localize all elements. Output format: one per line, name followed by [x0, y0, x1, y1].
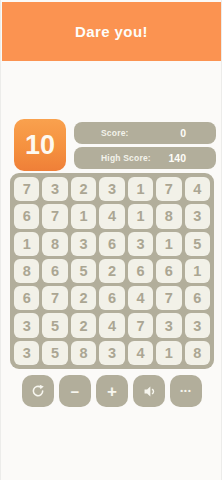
high-score-label: High Score:	[101, 153, 151, 163]
grid-cell[interactable]: 5	[42, 313, 67, 337]
grid-cell[interactable]: 6	[99, 286, 124, 310]
current-number-tile: 10	[14, 119, 66, 171]
high-score-box: High Score: 140	[74, 147, 216, 169]
grid-cell[interactable]: 4	[128, 341, 153, 365]
title-bar: Dare you!	[2, 2, 221, 61]
plus-icon: +	[107, 383, 117, 400]
grid-cell[interactable]: 7	[156, 177, 181, 201]
speaker-icon	[141, 383, 158, 400]
app-title: Dare you!	[75, 23, 148, 40]
grid-cell[interactable]: 8	[14, 259, 39, 283]
grid-cell[interactable]: 4	[128, 286, 153, 310]
plus-button[interactable]: +	[96, 375, 128, 407]
grid-cell[interactable]: 6	[185, 286, 210, 310]
grid-cell[interactable]: 1	[14, 232, 39, 256]
grid-cell[interactable]: 6	[14, 286, 39, 310]
grid-cell[interactable]: 8	[185, 341, 210, 365]
grid-cell[interactable]: 1	[185, 259, 210, 283]
grid-cell[interactable]: 3	[185, 313, 210, 337]
grid-cell[interactable]: 6	[42, 259, 67, 283]
grid-cell[interactable]: 6	[156, 259, 181, 283]
grid-cell[interactable]: 7	[42, 204, 67, 228]
grid-cell[interactable]: 3	[14, 313, 39, 337]
grid-cell[interactable]: 1	[71, 204, 96, 228]
grid-cell[interactable]: 5	[71, 259, 96, 283]
grid-cell[interactable]: 3	[99, 341, 124, 365]
score-value: 0	[180, 127, 186, 139]
grid-cell[interactable]: 4	[185, 177, 210, 201]
grid-cell[interactable]: 6	[14, 204, 39, 228]
grid-cell[interactable]: 1	[128, 177, 153, 201]
grid-cell[interactable]: 3	[14, 341, 39, 365]
grid-cell[interactable]: 2	[71, 313, 96, 337]
grid-cell[interactable]: 1	[156, 341, 181, 365]
grid-cell[interactable]: 5	[185, 232, 210, 256]
grid-cell[interactable]: 1	[156, 232, 181, 256]
sound-button[interactable]	[133, 375, 165, 407]
grid-cell[interactable]: 3	[185, 204, 210, 228]
grid-cell[interactable]: 3	[71, 232, 96, 256]
grid-cell[interactable]: 4	[99, 313, 124, 337]
score-box: Score: 0	[74, 122, 216, 144]
grid-cell[interactable]: 8	[71, 341, 96, 365]
grid-cell[interactable]: 7	[128, 313, 153, 337]
grid-cell[interactable]: 7	[156, 286, 181, 310]
ellipsis-icon: •••	[180, 387, 191, 395]
grid-cell[interactable]: 5	[42, 341, 67, 365]
grid-cell[interactable]: 7	[14, 177, 39, 201]
grid-cell[interactable]: 8	[156, 204, 181, 228]
refresh-button[interactable]	[22, 375, 54, 407]
score-label: Score:	[101, 128, 129, 138]
high-score-value: 140	[168, 152, 186, 164]
grid-cell[interactable]: 3	[99, 177, 124, 201]
refresh-icon	[30, 383, 46, 399]
grid-cell[interactable]: 3	[156, 313, 181, 337]
grid-cell[interactable]: 3	[128, 232, 153, 256]
grid-cell[interactable]: 4	[99, 204, 124, 228]
grid-cell[interactable]: 6	[128, 259, 153, 283]
app-screen: Dare you! 10 Score: 0 High Score: 140 73…	[0, 0, 222, 480]
minus-icon: −	[71, 384, 80, 399]
grid-cell[interactable]: 2	[71, 286, 96, 310]
grid-cell[interactable]: 1	[128, 204, 153, 228]
grid-cell[interactable]: 7	[42, 286, 67, 310]
grid-cell[interactable]: 3	[42, 177, 67, 201]
grid-cell[interactable]: 2	[71, 177, 96, 201]
toolbar: − + •••	[1, 375, 222, 407]
grid-cell[interactable]: 8	[42, 232, 67, 256]
more-button[interactable]: •••	[170, 375, 202, 407]
grid-cell[interactable]: 2	[99, 259, 124, 283]
grid-cell[interactable]: 6	[99, 232, 124, 256]
minus-button[interactable]: −	[59, 375, 91, 407]
board-grid: 7323174671418318363158652661672647635247…	[10, 173, 214, 369]
